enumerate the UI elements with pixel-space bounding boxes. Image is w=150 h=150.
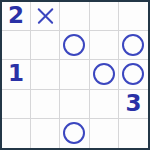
cell-r5c4[interactable]: [90, 119, 119, 148]
clue-number: 2: [8, 4, 24, 28]
cell-r1c2[interactable]: [31, 2, 60, 31]
cross-mark-icon: [38, 9, 53, 24]
cell-r2c1[interactable]: [2, 31, 31, 60]
cell-r3c4[interactable]: [90, 60, 119, 89]
circle-mark-icon: [122, 63, 144, 85]
cell-r4c2[interactable]: [31, 90, 60, 119]
cell-r5c1[interactable]: [2, 119, 31, 148]
cell-r1c5[interactable]: [119, 2, 148, 31]
cell-r3c5[interactable]: [119, 60, 148, 89]
circle-mark-icon: [122, 34, 144, 56]
cell-r5c2[interactable]: [31, 119, 60, 148]
clue-number: 1: [8, 62, 24, 86]
cell-r1c3[interactable]: [60, 2, 89, 31]
cell-r2c5[interactable]: [119, 31, 148, 60]
cell-r4c3[interactable]: [60, 90, 89, 119]
clue-number: 3: [125, 92, 141, 116]
puzzle-board: 213: [0, 0, 150, 150]
circle-mark-icon: [63, 34, 85, 56]
cell-r4c1[interactable]: [2, 90, 31, 119]
cell-r3c1: 1: [2, 60, 31, 89]
cell-r5c5[interactable]: [119, 119, 148, 148]
cell-r4c4[interactable]: [90, 90, 119, 119]
cell-r2c3[interactable]: [60, 31, 89, 60]
cell-r2c2[interactable]: [31, 31, 60, 60]
cell-r2c4[interactable]: [90, 31, 119, 60]
cell-r1c4[interactable]: [90, 2, 119, 31]
circle-mark-icon: [63, 122, 85, 144]
cell-r1c1: 2: [2, 2, 31, 31]
cell-r3c3[interactable]: [60, 60, 89, 89]
cell-r3c2[interactable]: [31, 60, 60, 89]
circle-mark-icon: [93, 63, 115, 85]
cell-r4c5: 3: [119, 90, 148, 119]
cell-r5c3[interactable]: [60, 119, 89, 148]
